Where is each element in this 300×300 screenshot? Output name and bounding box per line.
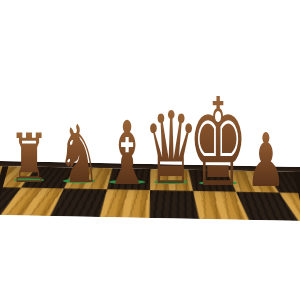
board-square (0, 215, 50, 221)
board-square (31, 216, 100, 221)
photo-canvas: ♜ ♞ ♝ ♛ ♚ ♟ (0, 0, 300, 300)
piece-rook: ♜ (9, 125, 49, 193)
piece-king: ♚ (188, 82, 248, 204)
board-square (90, 217, 149, 221)
board-square (249, 220, 300, 221)
piece-pawn: ♟ (246, 123, 286, 197)
piece-knight: ♞ (57, 115, 100, 195)
